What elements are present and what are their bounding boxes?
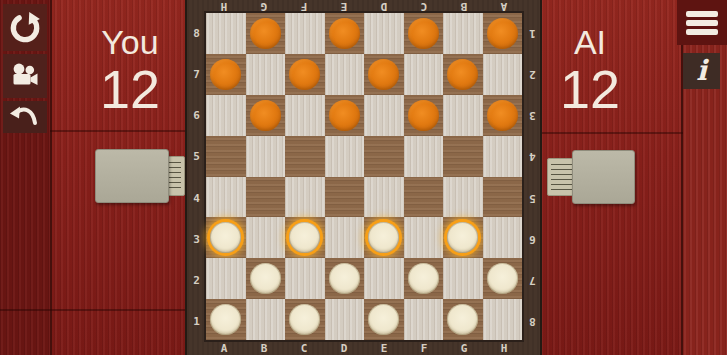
piece-orange-b8[interactable] (250, 18, 281, 49)
square-d5 (325, 136, 365, 177)
piece-cream-c3[interactable] (289, 222, 320, 253)
square-g5[interactable] (443, 136, 483, 177)
coord-label-1: 1 (523, 13, 542, 54)
piece-cream-a1[interactable] (210, 304, 241, 335)
player-ai-name: AI (545, 24, 635, 61)
square-c8 (285, 13, 325, 54)
square-a6 (206, 95, 246, 136)
square-f3 (404, 217, 444, 258)
file-labels-bottom: ABCDEFGH (204, 342, 524, 355)
wood-seam (542, 132, 683, 134)
matchbox-cover (572, 150, 635, 204)
square-h5 (483, 136, 523, 177)
piece-cream-c1[interactable] (289, 304, 320, 335)
matchbox-left (95, 149, 184, 201)
player-ai-piece-count: 12 (545, 61, 635, 118)
square-a4 (206, 177, 246, 218)
square-b7 (246, 54, 286, 95)
square-h4[interactable] (483, 177, 523, 218)
square-f4[interactable] (404, 177, 444, 218)
square-a7[interactable] (206, 54, 246, 95)
square-f2[interactable] (404, 258, 444, 299)
menu-button[interactable] (677, 0, 727, 45)
restart-button[interactable] (3, 4, 47, 51)
game-screen: i You 12 AI 12 HGFEDCBA ABCDEFGH 8765432… (0, 0, 727, 355)
coord-label-4: 4 (523, 136, 542, 177)
video-camera-icon (9, 61, 41, 91)
square-b2[interactable] (246, 258, 286, 299)
square-h7 (483, 54, 523, 95)
piece-orange-c7[interactable] (289, 59, 320, 90)
square-g8 (443, 13, 483, 54)
square-c4 (285, 177, 325, 218)
piece-cream-b2[interactable] (250, 263, 281, 294)
square-c2 (285, 258, 325, 299)
matchbox-right (543, 150, 633, 202)
square-f6[interactable] (404, 95, 444, 136)
restart-icon (8, 11, 42, 45)
coord-label-7: 7 (523, 260, 542, 301)
square-h8[interactable] (483, 13, 523, 54)
square-e4 (364, 177, 404, 218)
square-b6[interactable] (246, 95, 286, 136)
piece-cream-e3[interactable] (368, 222, 399, 253)
square-e7[interactable] (364, 54, 404, 95)
square-c7[interactable] (285, 54, 325, 95)
square-f7 (404, 54, 444, 95)
info-icon: i (696, 57, 707, 85)
square-f8[interactable] (404, 13, 444, 54)
square-a1[interactable] (206, 299, 246, 340)
square-f5 (404, 136, 444, 177)
coord-label-c: C (284, 342, 324, 355)
square-d6[interactable] (325, 95, 365, 136)
square-a8 (206, 13, 246, 54)
square-d4[interactable] (325, 177, 365, 218)
coord-label-a: A (204, 342, 244, 355)
square-h3 (483, 217, 523, 258)
square-g2 (443, 258, 483, 299)
square-a3[interactable] (206, 217, 246, 258)
matchbox-cover (95, 149, 169, 203)
square-a2 (206, 258, 246, 299)
square-f1 (404, 299, 444, 340)
info-button[interactable]: i (683, 53, 720, 89)
player-you-piece-count: 12 (57, 61, 203, 118)
matchbox-fine-print (551, 164, 573, 190)
coord-label-d: D (324, 342, 364, 355)
piece-orange-h8[interactable] (487, 18, 518, 49)
square-h2[interactable] (483, 258, 523, 299)
piece-cream-g1[interactable] (447, 304, 478, 335)
player-you-panel: You 12 (57, 24, 203, 118)
square-b8[interactable] (246, 13, 286, 54)
piece-cream-g3[interactable] (447, 222, 478, 253)
square-e1[interactable] (364, 299, 404, 340)
piece-orange-g7[interactable] (447, 59, 478, 90)
coord-label-b: B (244, 342, 284, 355)
coord-label-8: 8 (523, 301, 542, 342)
coord-label-g: G (444, 342, 484, 355)
square-d2[interactable] (325, 258, 365, 299)
square-h6[interactable] (483, 95, 523, 136)
square-d8[interactable] (325, 13, 365, 54)
checkers-board: HGFEDCBA ABCDEFGH 87654321 12345678 (185, 0, 542, 355)
player-ai-panel: AI 12 (545, 24, 635, 118)
piece-orange-f8[interactable] (408, 18, 439, 49)
square-g7[interactable] (443, 54, 483, 95)
piece-cream-a3[interactable] (210, 222, 241, 253)
coord-label-2: 2 (523, 54, 542, 95)
square-d3 (325, 217, 365, 258)
coord-label-h: H (484, 342, 524, 355)
rank-labels-right: 12345678 (523, 13, 542, 342)
piece-cream-e1[interactable] (368, 304, 399, 335)
square-a5[interactable] (206, 136, 246, 177)
square-g4 (443, 177, 483, 218)
record-video-button[interactable] (3, 54, 47, 98)
piece-orange-e7[interactable] (368, 59, 399, 90)
piece-orange-f6[interactable] (408, 100, 439, 131)
board-grid (204, 11, 524, 342)
coord-label-f: F (404, 342, 444, 355)
square-d7 (325, 54, 365, 95)
undo-arrow-icon (9, 104, 41, 130)
square-e5[interactable] (364, 136, 404, 177)
wood-seam (50, 130, 185, 132)
square-e2 (364, 258, 404, 299)
piece-cream-h2[interactable] (487, 263, 518, 294)
coord-label-e: E (364, 342, 404, 355)
square-h1 (483, 299, 523, 340)
square-c6 (285, 95, 325, 136)
piece-orange-a7[interactable] (210, 59, 241, 90)
piece-cream-f2[interactable] (408, 263, 439, 294)
square-b5 (246, 136, 286, 177)
square-c3[interactable] (285, 217, 325, 258)
piece-orange-b6[interactable] (250, 100, 281, 131)
piece-cream-d2[interactable] (329, 263, 360, 294)
coord-label-5: 5 (523, 178, 542, 219)
square-b1 (246, 299, 286, 340)
coord-label-3: 3 (523, 95, 542, 136)
square-e3[interactable] (364, 217, 404, 258)
piece-orange-h6[interactable] (487, 100, 518, 131)
piece-orange-d8[interactable] (329, 18, 360, 49)
square-d1 (325, 299, 365, 340)
hamburger-menu-icon (686, 11, 718, 35)
square-g6 (443, 95, 483, 136)
piece-orange-d6[interactable] (329, 100, 360, 131)
coord-label-6: 6 (523, 219, 542, 260)
square-e8 (364, 13, 404, 54)
square-g1[interactable] (443, 299, 483, 340)
square-c1[interactable] (285, 299, 325, 340)
player-you-name: You (57, 24, 203, 61)
square-b3 (246, 217, 286, 258)
undo-button[interactable] (3, 101, 47, 133)
square-c5[interactable] (285, 136, 325, 177)
square-e6 (364, 95, 404, 136)
wood-seam (0, 309, 185, 311)
square-b4[interactable] (246, 177, 286, 218)
square-g3[interactable] (443, 217, 483, 258)
